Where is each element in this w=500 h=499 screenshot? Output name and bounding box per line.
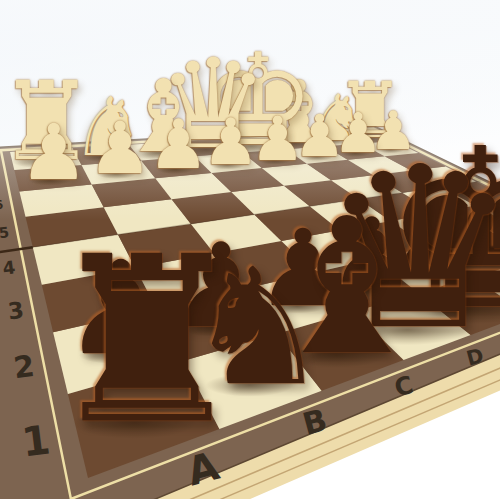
- pawn-glyph: ♟: [202, 110, 259, 174]
- rank-label-5: 5: [0, 225, 9, 241]
- pawn-glyph: ♟: [19, 114, 88, 191]
- rook-glyph: ♜: [44, 226, 249, 455]
- pawn-glyph: ♟: [88, 112, 153, 184]
- rank-label-4: 4: [2, 258, 17, 277]
- chess-set-photo: ABCD12345678 ♜♞♝♛♚♝♞♜♟♟♟♟♟♟♟♟♟♟♟♟♟♟♟♜♞♝♛…: [0, 0, 500, 499]
- rank-label-2: 2: [12, 351, 36, 383]
- pawn-glyph: ♟: [148, 111, 209, 179]
- rank-label-3: 3: [6, 299, 25, 324]
